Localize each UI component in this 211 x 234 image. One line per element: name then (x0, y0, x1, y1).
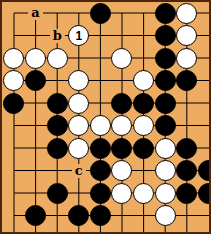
intersection-r5c7[interactable] (154, 114, 176, 137)
black-stone (198, 183, 211, 204)
intersection-r7c3[interactable]: c (68, 159, 90, 182)
white-stone (133, 115, 154, 136)
black-stone (90, 205, 111, 226)
intersection-r5c5[interactable] (111, 114, 133, 137)
intersection-r1c2[interactable]: b (46, 24, 68, 47)
intersection-r5c3[interactable] (68, 114, 90, 137)
white-stone (155, 138, 176, 159)
intersection-r0c6[interactable] (133, 2, 155, 25)
intersection-r5c4[interactable] (90, 114, 112, 137)
intersection-r8c6[interactable] (133, 182, 155, 205)
intersection-r0c9[interactable] (198, 2, 211, 25)
intersection-r9c0[interactable] (3, 204, 25, 227)
point-label-c: c (72, 164, 86, 178)
intersection-r4c8[interactable] (176, 92, 198, 115)
white-stone (155, 160, 176, 181)
intersection-r1c4[interactable] (90, 24, 112, 47)
black-stone (68, 205, 89, 226)
white-stone (3, 48, 24, 69)
intersection-r4c0[interactable] (3, 92, 25, 115)
intersection-r0c5[interactable] (111, 2, 133, 25)
black-stone (47, 138, 68, 159)
intersection-r7c4[interactable] (90, 159, 112, 182)
intersection-r9c8[interactable] (176, 204, 198, 227)
white-stone-move-1: 1 (68, 25, 89, 46)
intersection-r4c3[interactable] (68, 92, 90, 115)
white-stone (47, 48, 68, 69)
white-stone (90, 115, 111, 136)
black-stone (155, 25, 176, 46)
intersection-r8c8[interactable] (176, 182, 198, 205)
intersection-r9c1[interactable] (25, 204, 47, 227)
black-stone (176, 70, 197, 91)
black-stone (47, 183, 68, 204)
intersection-r6c9[interactable] (198, 137, 211, 160)
intersection-r6c6[interactable] (133, 137, 155, 160)
intersection-r5c8[interactable] (176, 114, 198, 137)
intersection-r9c5[interactable] (111, 204, 133, 227)
intersection-r5c2[interactable] (46, 114, 68, 137)
black-stone (155, 48, 176, 69)
black-stone (90, 160, 111, 181)
intersection-r5c6[interactable] (133, 114, 155, 137)
intersection-r0c4[interactable] (90, 2, 112, 25)
white-stone (68, 93, 89, 114)
black-stone (198, 160, 211, 181)
intersection-r0c1[interactable]: a (25, 2, 47, 25)
intersection-r3c4[interactable] (90, 69, 112, 92)
intersection-r6c4[interactable] (90, 137, 112, 160)
white-stone (111, 115, 132, 136)
white-stone (176, 3, 197, 24)
intersection-r7c2[interactable] (46, 159, 68, 182)
intersection-r2c4[interactable] (90, 47, 112, 70)
intersection-r7c6[interactable] (133, 159, 155, 182)
black-stone (176, 138, 197, 159)
point-label-b: b (50, 29, 65, 43)
intersection-r8c2[interactable] (46, 182, 68, 205)
intersection-r9c4[interactable] (90, 204, 112, 227)
white-stone (133, 70, 154, 91)
black-stone (3, 93, 24, 114)
intersection-r1c6[interactable] (133, 24, 155, 47)
intersection-r6c3[interactable] (68, 137, 90, 160)
white-stone (111, 183, 132, 204)
intersection-r8c5[interactable] (111, 182, 133, 205)
intersection-r6c8[interactable] (176, 137, 198, 160)
black-stone (90, 138, 111, 159)
board-grid: ab1c (3, 2, 211, 227)
intersection-r7c8[interactable] (176, 159, 198, 182)
black-stone (47, 115, 68, 136)
intersection-r5c9[interactable] (198, 114, 211, 137)
intersection-r4c4[interactable] (90, 92, 112, 115)
intersection-r4c2[interactable] (46, 92, 68, 115)
black-stone (133, 93, 154, 114)
intersection-r6c2[interactable] (46, 137, 68, 160)
white-stone (176, 25, 197, 46)
intersection-r1c3[interactable]: 1 (68, 24, 90, 47)
black-stone (155, 3, 176, 24)
intersection-r9c9[interactable] (198, 204, 211, 227)
intersection-r3c0[interactable] (3, 69, 25, 92)
black-stone (176, 183, 197, 204)
intersection-r0c0[interactable] (3, 2, 25, 25)
intersection-r2c3[interactable] (68, 47, 90, 70)
white-stone (133, 183, 154, 204)
intersection-r4c9[interactable] (198, 92, 211, 115)
intersection-r5c0[interactable] (3, 114, 25, 137)
go-board: ab1c (0, 0, 211, 234)
intersection-r3c6[interactable] (133, 69, 155, 92)
intersection-r0c3[interactable] (68, 2, 90, 25)
intersection-r9c6[interactable] (133, 204, 155, 227)
black-stone (155, 93, 176, 114)
intersection-r1c9[interactable] (198, 24, 211, 47)
black-stone (176, 160, 197, 181)
black-stone (111, 93, 132, 114)
intersection-r3c9[interactable] (198, 69, 211, 92)
black-stone (155, 70, 176, 91)
intersection-r6c5[interactable] (111, 137, 133, 160)
intersection-r3c7[interactable] (154, 69, 176, 92)
intersection-r7c0[interactable] (3, 159, 25, 182)
white-stone (176, 48, 197, 69)
intersection-r8c0[interactable] (3, 182, 25, 205)
intersection-r7c5[interactable] (111, 159, 133, 182)
black-stone (111, 138, 132, 159)
point-label-a: a (28, 6, 42, 20)
intersection-r8c1[interactable] (25, 182, 47, 205)
intersection-r8c3[interactable] (68, 182, 90, 205)
intersection-r9c3[interactable] (68, 204, 90, 227)
white-stone (25, 48, 46, 69)
intersection-r3c8[interactable] (176, 69, 198, 92)
white-stone (155, 183, 176, 204)
intersection-r2c9[interactable] (198, 47, 211, 70)
white-stone (68, 115, 89, 136)
intersection-r7c1[interactable] (25, 159, 47, 182)
white-stone (155, 205, 176, 226)
intersection-r4c7[interactable] (154, 92, 176, 115)
intersection-r2c0[interactable] (3, 47, 25, 70)
intersection-r4c1[interactable] (25, 92, 47, 115)
white-stone (68, 138, 89, 159)
intersection-r5c1[interactable] (25, 114, 47, 137)
intersection-r3c2[interactable] (46, 69, 68, 92)
black-stone (25, 70, 46, 91)
intersection-r3c3[interactable] (68, 69, 90, 92)
intersection-r2c7[interactable] (154, 47, 176, 70)
intersection-r8c4[interactable] (90, 182, 112, 205)
white-stone (111, 48, 132, 69)
black-stone (25, 205, 46, 226)
black-stone (90, 183, 111, 204)
intersection-r1c1[interactable] (25, 24, 47, 47)
intersection-r2c6[interactable] (133, 47, 155, 70)
intersection-r6c0[interactable] (3, 137, 25, 160)
intersection-r3c1[interactable] (25, 69, 47, 92)
intersection-r1c5[interactable] (111, 24, 133, 47)
black-stone (47, 93, 68, 114)
black-stone (133, 138, 154, 159)
intersection-r8c9[interactable] (198, 182, 211, 205)
black-stone (90, 3, 111, 24)
intersection-r8c7[interactable] (154, 182, 176, 205)
intersection-r6c7[interactable] (154, 137, 176, 160)
white-stone (68, 70, 89, 91)
intersection-r4c6[interactable] (133, 92, 155, 115)
intersection-r1c0[interactable] (3, 24, 25, 47)
intersection-r7c9[interactable] (198, 159, 211, 182)
white-stone (111, 160, 132, 181)
intersection-r0c2[interactable] (46, 2, 68, 25)
intersection-r0c7[interactable] (154, 2, 176, 25)
white-stone (3, 70, 24, 91)
intersection-r2c1[interactable] (25, 47, 47, 70)
intersection-r1c8[interactable] (176, 24, 198, 47)
black-stone (155, 115, 176, 136)
intersection-r4c5[interactable] (111, 92, 133, 115)
intersection-r6c1[interactable] (25, 137, 47, 160)
intersection-r9c7[interactable] (154, 204, 176, 227)
intersection-r2c5[interactable] (111, 47, 133, 70)
intersection-r2c8[interactable] (176, 47, 198, 70)
intersection-r2c2[interactable] (46, 47, 68, 70)
intersection-r3c5[interactable] (111, 69, 133, 92)
intersection-r1c7[interactable] (154, 24, 176, 47)
intersection-r9c2[interactable] (46, 204, 68, 227)
intersection-r7c7[interactable] (154, 159, 176, 182)
intersection-r0c8[interactable] (176, 2, 198, 25)
